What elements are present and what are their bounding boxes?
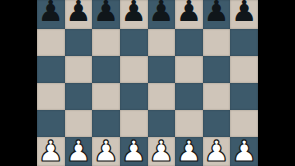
square-g7[interactable]: ♟	[203, 0, 231, 29]
square-d3[interactable]	[120, 110, 148, 137]
square-d4[interactable]	[120, 83, 148, 110]
white-pawn[interactable]: ♟	[176, 137, 202, 166]
square-h4[interactable]	[230, 83, 258, 110]
black-pawn[interactable]: ♟	[204, 0, 230, 26]
white-pawn[interactable]: ♟	[93, 137, 119, 166]
square-c3[interactable]	[92, 110, 120, 137]
chess-app-viewport: ♟♟♟♟♟♟♟♟♟♟♟♟♟♟♟♟	[0, 0, 295, 166]
square-e5[interactable]	[148, 56, 176, 83]
square-f2[interactable]: ♟	[175, 137, 203, 166]
black-pawn[interactable]: ♟	[148, 0, 174, 26]
black-pawn[interactable]: ♟	[176, 0, 202, 26]
square-d2[interactable]: ♟	[120, 137, 148, 166]
black-pawn[interactable]: ♟	[121, 0, 147, 26]
square-h6[interactable]	[230, 29, 258, 56]
square-b4[interactable]	[65, 83, 93, 110]
letterbox-left	[0, 0, 37, 166]
black-pawn[interactable]: ♟	[65, 0, 91, 26]
square-a7[interactable]: ♟	[37, 0, 65, 29]
square-g3[interactable]	[203, 110, 231, 137]
square-e7[interactable]: ♟	[148, 0, 176, 29]
square-c4[interactable]	[92, 83, 120, 110]
white-pawn[interactable]: ♟	[204, 137, 230, 166]
white-pawn[interactable]: ♟	[121, 137, 147, 166]
square-a3[interactable]	[37, 110, 65, 137]
square-e3[interactable]	[148, 110, 176, 137]
square-g5[interactable]	[203, 56, 231, 83]
square-a5[interactable]	[37, 56, 65, 83]
square-h2[interactable]: ♟	[230, 137, 258, 166]
square-h7[interactable]: ♟	[230, 0, 258, 29]
square-e4[interactable]	[148, 83, 176, 110]
white-pawn[interactable]: ♟	[65, 137, 91, 166]
chess-board[interactable]: ♟♟♟♟♟♟♟♟♟♟♟♟♟♟♟♟	[37, 0, 258, 166]
black-pawn[interactable]: ♟	[231, 0, 257, 26]
square-b2[interactable]: ♟	[65, 137, 93, 166]
white-pawn[interactable]: ♟	[231, 137, 257, 166]
square-h5[interactable]	[230, 56, 258, 83]
square-e2[interactable]: ♟	[148, 137, 176, 166]
square-d7[interactable]: ♟	[120, 0, 148, 29]
square-c2[interactable]: ♟	[92, 137, 120, 166]
square-c6[interactable]	[92, 29, 120, 56]
square-f5[interactable]	[175, 56, 203, 83]
white-pawn[interactable]: ♟	[38, 137, 64, 166]
square-a4[interactable]	[37, 83, 65, 110]
square-c7[interactable]: ♟	[92, 0, 120, 29]
square-a6[interactable]	[37, 29, 65, 56]
square-e6[interactable]	[148, 29, 176, 56]
black-pawn[interactable]: ♟	[38, 0, 64, 26]
black-pawn[interactable]: ♟	[93, 0, 119, 26]
square-f7[interactable]: ♟	[175, 0, 203, 29]
square-g2[interactable]: ♟	[203, 137, 231, 166]
square-b5[interactable]	[65, 56, 93, 83]
square-h3[interactable]	[230, 110, 258, 137]
square-d5[interactable]	[120, 56, 148, 83]
white-pawn[interactable]: ♟	[148, 137, 174, 166]
square-b3[interactable]	[65, 110, 93, 137]
square-g4[interactable]	[203, 83, 231, 110]
square-d6[interactable]	[120, 29, 148, 56]
square-f3[interactable]	[175, 110, 203, 137]
square-b7[interactable]: ♟	[65, 0, 93, 29]
square-f4[interactable]	[175, 83, 203, 110]
letterbox-right	[258, 0, 295, 166]
square-b6[interactable]	[65, 29, 93, 56]
square-f6[interactable]	[175, 29, 203, 56]
square-a2[interactable]: ♟	[37, 137, 65, 166]
square-g6[interactable]	[203, 29, 231, 56]
square-c5[interactable]	[92, 56, 120, 83]
